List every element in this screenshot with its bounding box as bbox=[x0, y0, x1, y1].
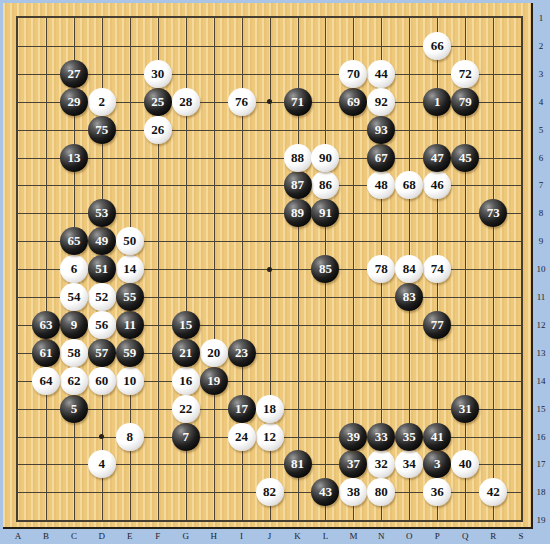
stone-black-71: 71 bbox=[284, 88, 312, 116]
stone-black-77: 77 bbox=[423, 311, 451, 339]
stone-white-52: 52 bbox=[88, 283, 116, 311]
row-label-6: 6 bbox=[533, 153, 549, 163]
col-label-Q: Q bbox=[462, 531, 469, 541]
stone-white-66: 66 bbox=[423, 32, 451, 60]
stone-black-17: 17 bbox=[228, 395, 256, 423]
col-label-H: H bbox=[210, 531, 217, 541]
stone-white-70: 70 bbox=[339, 60, 367, 88]
stone-black-27: 27 bbox=[60, 60, 88, 88]
go-board[interactable]: 1234567891011121314151617181920212223242… bbox=[3, 3, 533, 529]
stone-black-33: 33 bbox=[367, 423, 395, 451]
stone-black-55: 55 bbox=[116, 283, 144, 311]
stone-white-54: 54 bbox=[60, 283, 88, 311]
row-label-16: 16 bbox=[533, 432, 549, 442]
stone-white-58: 58 bbox=[60, 339, 88, 367]
stone-black-49: 49 bbox=[88, 227, 116, 255]
row-label-13: 13 bbox=[533, 348, 549, 358]
col-label-I: I bbox=[240, 531, 243, 541]
col-label-K: K bbox=[294, 531, 301, 541]
row-label-14: 14 bbox=[533, 376, 549, 386]
grid-line-v bbox=[493, 18, 494, 520]
col-label-O: O bbox=[406, 531, 413, 541]
row-label-10: 10 bbox=[533, 264, 549, 274]
stone-black-45: 45 bbox=[451, 144, 479, 172]
col-label-A: A bbox=[15, 531, 22, 541]
col-label-C: C bbox=[71, 531, 77, 541]
stone-white-72: 72 bbox=[451, 60, 479, 88]
stone-black-69: 69 bbox=[339, 88, 367, 116]
stone-black-5: 5 bbox=[60, 395, 88, 423]
stone-black-19: 19 bbox=[200, 367, 228, 395]
row-label-15: 15 bbox=[533, 404, 549, 414]
col-label-M: M bbox=[349, 531, 357, 541]
stone-white-2: 2 bbox=[88, 88, 116, 116]
stone-white-24: 24 bbox=[228, 423, 256, 451]
stone-white-8: 8 bbox=[116, 423, 144, 451]
stone-black-21: 21 bbox=[172, 339, 200, 367]
stone-white-92: 92 bbox=[367, 88, 395, 116]
stone-black-81: 81 bbox=[284, 450, 312, 478]
column-labels: ABCDEFGHIJKLMNOPQRS bbox=[3, 531, 550, 544]
stone-black-7: 7 bbox=[172, 423, 200, 451]
stone-black-53: 53 bbox=[88, 199, 116, 227]
row-label-1: 1 bbox=[533, 13, 549, 23]
stone-black-23: 23 bbox=[228, 339, 256, 367]
row-label-12: 12 bbox=[533, 320, 549, 330]
stone-white-44: 44 bbox=[367, 60, 395, 88]
row-label-7: 7 bbox=[533, 180, 549, 190]
stone-black-41: 41 bbox=[423, 423, 451, 451]
stone-white-60: 60 bbox=[88, 367, 116, 395]
row-label-2: 2 bbox=[533, 41, 549, 51]
stone-white-16: 16 bbox=[172, 367, 200, 395]
stone-white-10: 10 bbox=[116, 367, 144, 395]
row-label-5: 5 bbox=[533, 125, 549, 135]
stone-black-65: 65 bbox=[60, 227, 88, 255]
star-point bbox=[267, 267, 272, 272]
stone-black-47: 47 bbox=[423, 144, 451, 172]
stone-black-1: 1 bbox=[423, 88, 451, 116]
stone-white-30: 30 bbox=[144, 60, 172, 88]
stone-black-29: 29 bbox=[60, 88, 88, 116]
stone-white-90: 90 bbox=[311, 144, 339, 172]
stone-white-18: 18 bbox=[256, 395, 284, 423]
row-label-17: 17 bbox=[533, 459, 549, 469]
stone-white-50: 50 bbox=[116, 227, 144, 255]
stone-black-35: 35 bbox=[395, 423, 423, 451]
stone-black-59: 59 bbox=[116, 339, 144, 367]
row-label-4: 4 bbox=[533, 97, 549, 107]
col-label-G: G bbox=[182, 531, 189, 541]
stone-white-64: 64 bbox=[32, 367, 60, 395]
col-label-P: P bbox=[435, 531, 440, 541]
stone-black-75: 75 bbox=[88, 116, 116, 144]
stone-black-13: 13 bbox=[60, 144, 88, 172]
col-label-B: B bbox=[43, 531, 49, 541]
stone-white-28: 28 bbox=[172, 88, 200, 116]
stone-white-76: 76 bbox=[228, 88, 256, 116]
col-label-E: E bbox=[127, 531, 133, 541]
stone-white-12: 12 bbox=[256, 423, 284, 451]
row-labels: 12345678910111213141516171819 bbox=[533, 3, 550, 529]
stone-black-93: 93 bbox=[367, 116, 395, 144]
col-label-R: R bbox=[490, 531, 496, 541]
stone-black-89: 89 bbox=[284, 199, 312, 227]
stone-white-82: 82 bbox=[256, 478, 284, 506]
stone-black-61: 61 bbox=[32, 339, 60, 367]
stone-black-63: 63 bbox=[32, 311, 60, 339]
stone-white-14: 14 bbox=[116, 255, 144, 283]
stone-black-87: 87 bbox=[284, 171, 312, 199]
stone-white-20: 20 bbox=[200, 339, 228, 367]
stone-white-22: 22 bbox=[172, 395, 200, 423]
stone-black-25: 25 bbox=[144, 88, 172, 116]
col-label-S: S bbox=[519, 531, 524, 541]
stone-white-6: 6 bbox=[60, 255, 88, 283]
stone-black-57: 57 bbox=[88, 339, 116, 367]
stone-black-11: 11 bbox=[116, 311, 144, 339]
stone-black-9: 9 bbox=[60, 311, 88, 339]
stone-black-51: 51 bbox=[88, 255, 116, 283]
col-label-D: D bbox=[99, 531, 106, 541]
row-label-3: 3 bbox=[533, 69, 549, 79]
stone-black-31: 31 bbox=[451, 395, 479, 423]
row-label-9: 9 bbox=[533, 236, 549, 246]
row-label-18: 18 bbox=[533, 487, 549, 497]
col-label-L: L bbox=[323, 531, 329, 541]
stone-black-15: 15 bbox=[172, 311, 200, 339]
stone-black-79: 79 bbox=[451, 88, 479, 116]
stone-white-56: 56 bbox=[88, 311, 116, 339]
row-label-11: 11 bbox=[533, 292, 549, 302]
col-label-F: F bbox=[155, 531, 160, 541]
stone-black-39: 39 bbox=[339, 423, 367, 451]
page: 1234567891011121314151617181920212223242… bbox=[0, 0, 550, 544]
row-label-8: 8 bbox=[533, 208, 549, 218]
stone-white-26: 26 bbox=[144, 116, 172, 144]
col-label-J: J bbox=[268, 531, 272, 541]
stone-white-88: 88 bbox=[284, 144, 312, 172]
stone-white-62: 62 bbox=[60, 367, 88, 395]
row-label-19: 19 bbox=[533, 515, 549, 525]
col-label-N: N bbox=[378, 531, 385, 541]
stone-black-67: 67 bbox=[367, 144, 395, 172]
